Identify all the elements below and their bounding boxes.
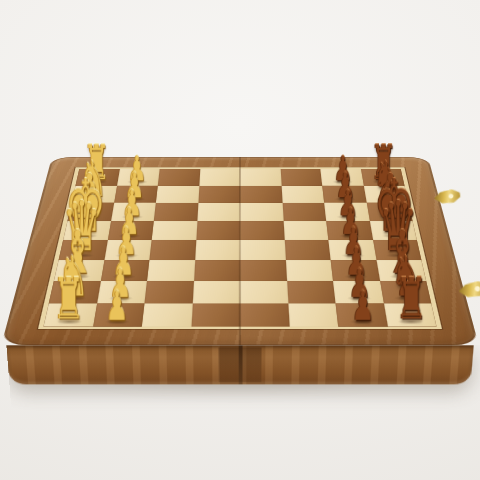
square-a4[interactable] xyxy=(199,169,240,185)
apron-seam xyxy=(238,345,242,384)
black-rook[interactable]: ♜ xyxy=(396,273,428,326)
square-d5[interactable] xyxy=(240,221,284,240)
fold-seam xyxy=(239,157,242,345)
square-h7[interactable]: ♟ xyxy=(336,303,388,326)
square-f4[interactable] xyxy=(193,260,240,281)
square-a5[interactable] xyxy=(240,169,281,185)
board-apron xyxy=(6,345,473,384)
white-pawn[interactable]: ♟ xyxy=(106,289,128,326)
square-d3[interactable] xyxy=(152,221,197,240)
square-g3[interactable] xyxy=(144,281,193,303)
square-c4[interactable] xyxy=(197,203,240,221)
square-h5[interactable] xyxy=(240,303,289,326)
square-b5[interactable] xyxy=(240,186,282,203)
square-h2[interactable]: ♟ xyxy=(93,303,145,326)
square-e5[interactable] xyxy=(240,240,285,260)
board-frame: ♜♟♟♜♞♟♟♞♝♟♟♝♚♟♟♚♛♟♟♛♝♟♟♝♞♟♟♞♜♟♟♜ xyxy=(1,157,479,345)
chess-board-box: ♜♟♟♜♞♟♟♞♝♟♟♝♚♟♟♚♛♟♟♛♝♟♟♝♞♟♟♞♜♟♟♜ xyxy=(1,157,479,345)
brass-clasp-bottom xyxy=(457,279,480,300)
square-e3[interactable] xyxy=(149,240,195,260)
square-h1[interactable]: ♜ xyxy=(44,303,97,326)
square-f5[interactable] xyxy=(240,260,287,281)
square-d4[interactable] xyxy=(196,221,240,240)
square-b3[interactable] xyxy=(156,186,199,203)
square-h4[interactable] xyxy=(191,303,240,326)
board-stage: ♜♟♟♜♞♟♟♞♝♟♟♝♚♟♟♚♛♟♟♛♝♟♟♝♞♟♟♞♜♟♟♜ xyxy=(0,0,480,480)
square-f3[interactable] xyxy=(147,260,195,281)
square-g6[interactable] xyxy=(287,281,336,303)
square-h6[interactable] xyxy=(288,303,338,326)
square-e6[interactable] xyxy=(284,240,330,260)
square-e4[interactable] xyxy=(195,240,240,260)
square-g4[interactable] xyxy=(192,281,240,303)
black-pawn[interactable]: ♟ xyxy=(351,289,373,326)
square-f6[interactable] xyxy=(285,260,333,281)
square-b4[interactable] xyxy=(198,186,240,203)
square-a3[interactable] xyxy=(158,169,200,185)
square-c6[interactable] xyxy=(282,203,326,221)
square-a6[interactable] xyxy=(280,169,322,185)
square-g5[interactable] xyxy=(240,281,288,303)
photo-backdrop: ♜♟♟♜♞♟♟♞♝♟♟♝♚♟♟♚♛♟♟♛♝♟♟♝♞♟♟♞♜♟♟♜ xyxy=(0,0,480,480)
square-h8[interactable]: ♜ xyxy=(383,303,436,326)
square-c5[interactable] xyxy=(240,203,283,221)
square-b6[interactable] xyxy=(281,186,324,203)
white-rook[interactable]: ♜ xyxy=(52,273,84,326)
brass-clasp-top xyxy=(433,188,462,206)
square-c3[interactable] xyxy=(154,203,198,221)
square-d6[interactable] xyxy=(283,221,328,240)
square-h3[interactable] xyxy=(142,303,192,326)
